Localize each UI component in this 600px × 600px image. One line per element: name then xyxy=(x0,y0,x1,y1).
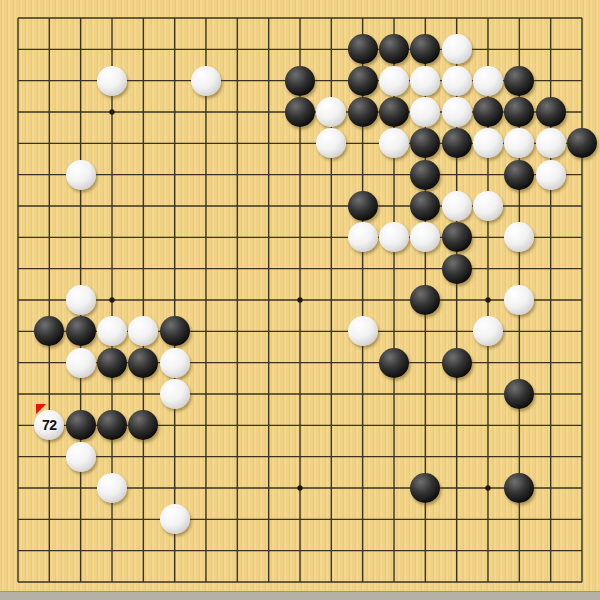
board-point[interactable] xyxy=(65,2,96,33)
board-point[interactable] xyxy=(253,222,284,253)
board-point[interactable] xyxy=(65,410,96,441)
board-point[interactable] xyxy=(128,128,159,159)
board-point[interactable] xyxy=(347,284,378,315)
board-point[interactable] xyxy=(472,2,503,33)
board-point[interactable] xyxy=(190,316,221,347)
board-point[interactable] xyxy=(378,316,409,347)
board-point[interactable] xyxy=(410,316,441,347)
board-point[interactable] xyxy=(65,316,96,347)
board-point[interactable] xyxy=(504,378,535,409)
board-point[interactable] xyxy=(96,34,127,65)
board-point[interactable] xyxy=(159,284,190,315)
board-point[interactable] xyxy=(159,253,190,284)
board-point[interactable] xyxy=(441,253,472,284)
board-point[interactable] xyxy=(347,472,378,503)
board-point[interactable] xyxy=(410,253,441,284)
board-point[interactable] xyxy=(441,410,472,441)
board-point[interactable] xyxy=(34,284,65,315)
board-point[interactable] xyxy=(535,504,566,535)
board-point[interactable] xyxy=(347,253,378,284)
board-point[interactable] xyxy=(410,159,441,190)
board-point[interactable] xyxy=(504,190,535,221)
board-point[interactable] xyxy=(34,65,65,96)
board-point[interactable] xyxy=(65,96,96,127)
board-point[interactable] xyxy=(504,504,535,535)
board-point[interactable] xyxy=(2,410,33,441)
board-point[interactable] xyxy=(222,410,253,441)
board-point[interactable] xyxy=(222,190,253,221)
board-point[interactable] xyxy=(535,441,566,472)
board-point[interactable] xyxy=(65,128,96,159)
board-point[interactable] xyxy=(284,190,315,221)
board-point[interactable] xyxy=(535,316,566,347)
board-point[interactable] xyxy=(284,2,315,33)
board-point[interactable] xyxy=(284,535,315,566)
board-point[interactable] xyxy=(96,190,127,221)
board-point[interactable] xyxy=(190,378,221,409)
board-point[interactable] xyxy=(347,316,378,347)
board-point[interactable] xyxy=(441,535,472,566)
board-point[interactable] xyxy=(441,441,472,472)
board-point[interactable] xyxy=(535,253,566,284)
board-point[interactable] xyxy=(2,284,33,315)
board-point[interactable] xyxy=(222,34,253,65)
board-point[interactable] xyxy=(190,441,221,472)
board-point[interactable] xyxy=(284,316,315,347)
board-point[interactable] xyxy=(535,128,566,159)
board-point[interactable] xyxy=(410,378,441,409)
board-point[interactable] xyxy=(253,96,284,127)
board-point[interactable] xyxy=(65,472,96,503)
board-point[interactable] xyxy=(65,190,96,221)
board-point[interactable] xyxy=(96,472,127,503)
board-point[interactable] xyxy=(410,472,441,503)
board-point[interactable] xyxy=(410,2,441,33)
board-point[interactable] xyxy=(253,378,284,409)
board-point[interactable] xyxy=(378,347,409,378)
board-point[interactable] xyxy=(2,159,33,190)
board-point[interactable] xyxy=(504,96,535,127)
board-point[interactable] xyxy=(159,190,190,221)
board-point[interactable] xyxy=(410,96,441,127)
board-point[interactable] xyxy=(253,128,284,159)
board-point[interactable] xyxy=(96,128,127,159)
board-point[interactable] xyxy=(410,535,441,566)
board-point[interactable] xyxy=(347,441,378,472)
board-point[interactable] xyxy=(65,34,96,65)
board-point[interactable] xyxy=(535,2,566,33)
board-point[interactable] xyxy=(316,222,347,253)
board-point[interactable] xyxy=(347,410,378,441)
board-point[interactable] xyxy=(34,347,65,378)
board-point[interactable] xyxy=(34,2,65,33)
board-point[interactable] xyxy=(504,441,535,472)
board-point[interactable] xyxy=(222,253,253,284)
board-point[interactable] xyxy=(34,535,65,566)
board-point[interactable] xyxy=(2,2,33,33)
board-point[interactable] xyxy=(472,284,503,315)
board-point[interactable] xyxy=(472,128,503,159)
board-point[interactable] xyxy=(96,159,127,190)
board-point[interactable] xyxy=(190,410,221,441)
board-point[interactable] xyxy=(378,410,409,441)
board-point[interactable] xyxy=(190,347,221,378)
board-point[interactable] xyxy=(2,347,33,378)
board-point[interactable] xyxy=(159,504,190,535)
board-point[interactable] xyxy=(347,159,378,190)
board-point[interactable] xyxy=(566,65,597,96)
board-point[interactable] xyxy=(34,34,65,65)
board-point[interactable] xyxy=(316,535,347,566)
board-point[interactable] xyxy=(222,2,253,33)
board-point[interactable] xyxy=(34,128,65,159)
board-point[interactable] xyxy=(159,410,190,441)
board-point[interactable] xyxy=(472,347,503,378)
board-point[interactable] xyxy=(347,128,378,159)
board-point[interactable] xyxy=(34,96,65,127)
board-point[interactable] xyxy=(566,2,597,33)
board-point[interactable] xyxy=(190,222,221,253)
board-point[interactable] xyxy=(535,472,566,503)
board-point[interactable] xyxy=(159,159,190,190)
board-point[interactable] xyxy=(159,535,190,566)
board-point[interactable] xyxy=(504,472,535,503)
board-point[interactable] xyxy=(34,441,65,472)
board-point[interactable] xyxy=(316,472,347,503)
board-point[interactable] xyxy=(2,128,33,159)
board-point[interactable] xyxy=(566,472,597,503)
board-point[interactable] xyxy=(347,347,378,378)
board-point[interactable] xyxy=(566,96,597,127)
board-point[interactable] xyxy=(316,253,347,284)
board-point[interactable] xyxy=(284,347,315,378)
board-point[interactable] xyxy=(128,316,159,347)
board-point[interactable] xyxy=(253,316,284,347)
board-point[interactable] xyxy=(159,222,190,253)
board-point[interactable] xyxy=(316,2,347,33)
board-point[interactable] xyxy=(222,441,253,472)
board-point[interactable] xyxy=(65,347,96,378)
board-point[interactable] xyxy=(441,378,472,409)
board-point[interactable] xyxy=(159,65,190,96)
board-point[interactable] xyxy=(441,96,472,127)
board-point[interactable] xyxy=(96,316,127,347)
board-point[interactable] xyxy=(441,222,472,253)
board-point[interactable]: 72 xyxy=(34,410,65,441)
board-point[interactable] xyxy=(347,190,378,221)
board-point[interactable] xyxy=(96,253,127,284)
board-point[interactable] xyxy=(284,284,315,315)
board-point[interactable] xyxy=(284,410,315,441)
board-point[interactable] xyxy=(566,128,597,159)
board-point[interactable] xyxy=(378,190,409,221)
board-point[interactable] xyxy=(284,34,315,65)
board-point[interactable] xyxy=(316,96,347,127)
board-point[interactable] xyxy=(410,441,441,472)
board-point[interactable] xyxy=(504,410,535,441)
board-point[interactable] xyxy=(128,222,159,253)
board-point[interactable] xyxy=(566,347,597,378)
board-point[interactable] xyxy=(472,504,503,535)
board-point[interactable] xyxy=(34,253,65,284)
board-point[interactable] xyxy=(410,504,441,535)
board-point[interactable] xyxy=(253,2,284,33)
board-point[interactable] xyxy=(535,347,566,378)
board-point[interactable] xyxy=(410,190,441,221)
board-point[interactable] xyxy=(65,65,96,96)
board-point[interactable] xyxy=(190,2,221,33)
board-point[interactable] xyxy=(190,190,221,221)
board-point[interactable] xyxy=(128,472,159,503)
board-point[interactable] xyxy=(441,128,472,159)
board-point[interactable] xyxy=(190,159,221,190)
board-point[interactable] xyxy=(96,410,127,441)
board-point[interactable] xyxy=(347,535,378,566)
board-point[interactable] xyxy=(566,159,597,190)
board-point[interactable] xyxy=(378,378,409,409)
board-point[interactable] xyxy=(316,284,347,315)
board-point[interactable] xyxy=(65,378,96,409)
board-point[interactable] xyxy=(222,535,253,566)
board-point[interactable] xyxy=(472,34,503,65)
board-point[interactable] xyxy=(96,535,127,566)
board-point[interactable] xyxy=(504,128,535,159)
board-point[interactable] xyxy=(566,284,597,315)
board-point[interactable] xyxy=(566,410,597,441)
board-point[interactable] xyxy=(128,253,159,284)
board-point[interactable] xyxy=(96,284,127,315)
board-point[interactable] xyxy=(65,159,96,190)
board-point[interactable] xyxy=(316,504,347,535)
board-point[interactable] xyxy=(159,128,190,159)
board-point[interactable] xyxy=(222,378,253,409)
board-point[interactable] xyxy=(190,128,221,159)
board-point[interactable] xyxy=(535,96,566,127)
board-point[interactable] xyxy=(441,34,472,65)
board-point[interactable] xyxy=(378,222,409,253)
board-point[interactable] xyxy=(441,2,472,33)
board-point[interactable] xyxy=(410,65,441,96)
board-point[interactable] xyxy=(410,284,441,315)
board-point[interactable] xyxy=(2,253,33,284)
board-point[interactable] xyxy=(34,316,65,347)
board-point[interactable] xyxy=(2,441,33,472)
board-point[interactable] xyxy=(96,222,127,253)
board-point[interactable] xyxy=(159,34,190,65)
board-point[interactable] xyxy=(128,441,159,472)
board-point[interactable] xyxy=(566,34,597,65)
board-point[interactable] xyxy=(441,472,472,503)
board-point[interactable] xyxy=(316,128,347,159)
board-point[interactable] xyxy=(504,65,535,96)
board-point[interactable] xyxy=(34,472,65,503)
board-point[interactable] xyxy=(190,535,221,566)
board-point[interactable] xyxy=(96,65,127,96)
board-point[interactable] xyxy=(378,159,409,190)
board-point[interactable] xyxy=(472,316,503,347)
board-point[interactable] xyxy=(65,284,96,315)
board-point[interactable] xyxy=(566,535,597,566)
board-point[interactable] xyxy=(472,472,503,503)
board-point[interactable] xyxy=(566,504,597,535)
board-point[interactable] xyxy=(535,34,566,65)
board-point[interactable] xyxy=(190,472,221,503)
board-point[interactable] xyxy=(347,222,378,253)
board-point[interactable] xyxy=(504,159,535,190)
board-point[interactable] xyxy=(347,504,378,535)
board-point[interactable] xyxy=(410,222,441,253)
board-point[interactable] xyxy=(253,253,284,284)
board-point[interactable] xyxy=(347,65,378,96)
board-point[interactable] xyxy=(284,253,315,284)
board-point[interactable] xyxy=(441,284,472,315)
board-point[interactable] xyxy=(222,284,253,315)
board-point[interactable] xyxy=(378,253,409,284)
board-point[interactable] xyxy=(284,378,315,409)
board-point[interactable] xyxy=(316,410,347,441)
board-point[interactable] xyxy=(535,65,566,96)
board-point[interactable] xyxy=(535,535,566,566)
board-point[interactable] xyxy=(190,504,221,535)
board-point[interactable] xyxy=(472,96,503,127)
board-point[interactable] xyxy=(159,316,190,347)
board-point[interactable] xyxy=(535,284,566,315)
board-point[interactable] xyxy=(566,378,597,409)
board-point[interactable] xyxy=(316,159,347,190)
board-point[interactable] xyxy=(96,504,127,535)
board-point[interactable] xyxy=(253,535,284,566)
board-point[interactable] xyxy=(347,96,378,127)
board-point[interactable] xyxy=(410,347,441,378)
board-point[interactable] xyxy=(253,190,284,221)
board-point[interactable] xyxy=(504,284,535,315)
board-point[interactable] xyxy=(253,284,284,315)
board-point[interactable] xyxy=(2,316,33,347)
board-point[interactable] xyxy=(253,441,284,472)
board-point[interactable] xyxy=(253,34,284,65)
board-point[interactable] xyxy=(566,222,597,253)
board-point[interactable] xyxy=(222,347,253,378)
board-point[interactable] xyxy=(2,504,33,535)
board-point[interactable] xyxy=(378,504,409,535)
board-point[interactable] xyxy=(65,535,96,566)
board-point[interactable] xyxy=(284,65,315,96)
board-point[interactable] xyxy=(378,96,409,127)
board-point[interactable] xyxy=(190,65,221,96)
board-point[interactable] xyxy=(316,378,347,409)
board-point[interactable] xyxy=(316,441,347,472)
board-point[interactable] xyxy=(535,159,566,190)
board-point[interactable] xyxy=(159,347,190,378)
board-point[interactable] xyxy=(2,96,33,127)
board-point[interactable] xyxy=(222,65,253,96)
board-point[interactable] xyxy=(441,190,472,221)
board-point[interactable] xyxy=(472,441,503,472)
board-point[interactable] xyxy=(253,65,284,96)
board-point[interactable] xyxy=(2,535,33,566)
board-point[interactable] xyxy=(504,316,535,347)
board-point[interactable] xyxy=(222,128,253,159)
board-point[interactable] xyxy=(190,253,221,284)
board-point[interactable] xyxy=(34,159,65,190)
board-point[interactable] xyxy=(190,96,221,127)
board-point[interactable] xyxy=(284,96,315,127)
board-point[interactable] xyxy=(253,159,284,190)
board-point[interactable] xyxy=(504,222,535,253)
board-point[interactable] xyxy=(96,378,127,409)
board-point[interactable] xyxy=(347,378,378,409)
board-point[interactable] xyxy=(378,34,409,65)
board-point[interactable] xyxy=(128,378,159,409)
board-point[interactable] xyxy=(34,222,65,253)
board-point[interactable] xyxy=(96,441,127,472)
board-point[interactable] xyxy=(159,441,190,472)
board-point[interactable] xyxy=(190,284,221,315)
board-point[interactable] xyxy=(472,190,503,221)
board-point[interactable] xyxy=(316,65,347,96)
board-point[interactable] xyxy=(535,378,566,409)
board-point[interactable] xyxy=(472,410,503,441)
board-point[interactable] xyxy=(253,347,284,378)
board-point[interactable] xyxy=(128,504,159,535)
board-point[interactable] xyxy=(410,128,441,159)
board-point[interactable] xyxy=(2,34,33,65)
board-point[interactable] xyxy=(159,472,190,503)
board-point[interactable] xyxy=(504,347,535,378)
board-point[interactable] xyxy=(128,96,159,127)
board-point[interactable] xyxy=(65,222,96,253)
board-point[interactable] xyxy=(504,253,535,284)
board-point[interactable] xyxy=(535,222,566,253)
board-point[interactable] xyxy=(222,316,253,347)
board-point[interactable] xyxy=(128,410,159,441)
board-point[interactable] xyxy=(566,441,597,472)
board-point[interactable] xyxy=(128,284,159,315)
board-point[interactable] xyxy=(472,378,503,409)
board-point[interactable] xyxy=(441,316,472,347)
board-point[interactable] xyxy=(284,472,315,503)
board-point[interactable] xyxy=(96,2,127,33)
board-point[interactable] xyxy=(159,2,190,33)
board-point[interactable] xyxy=(378,2,409,33)
board-point[interactable] xyxy=(504,2,535,33)
board-point[interactable] xyxy=(284,159,315,190)
board-point[interactable] xyxy=(2,378,33,409)
board-point[interactable] xyxy=(128,65,159,96)
board-point[interactable] xyxy=(190,34,221,65)
board-point[interactable] xyxy=(96,347,127,378)
board-point[interactable] xyxy=(284,128,315,159)
board-point[interactable] xyxy=(34,504,65,535)
board-point[interactable] xyxy=(159,96,190,127)
board-point[interactable] xyxy=(2,190,33,221)
board-point[interactable] xyxy=(222,472,253,503)
board-point[interactable] xyxy=(535,410,566,441)
board-point[interactable] xyxy=(34,190,65,221)
board-point[interactable] xyxy=(128,159,159,190)
board-point[interactable] xyxy=(566,316,597,347)
board-point[interactable] xyxy=(566,190,597,221)
board-point[interactable] xyxy=(128,535,159,566)
board-point[interactable] xyxy=(472,222,503,253)
board-point[interactable] xyxy=(253,504,284,535)
board-point[interactable] xyxy=(65,253,96,284)
board-point[interactable] xyxy=(410,34,441,65)
board-point[interactable] xyxy=(441,65,472,96)
board-point[interactable] xyxy=(128,2,159,33)
board-point[interactable] xyxy=(378,65,409,96)
board-point[interactable] xyxy=(535,190,566,221)
